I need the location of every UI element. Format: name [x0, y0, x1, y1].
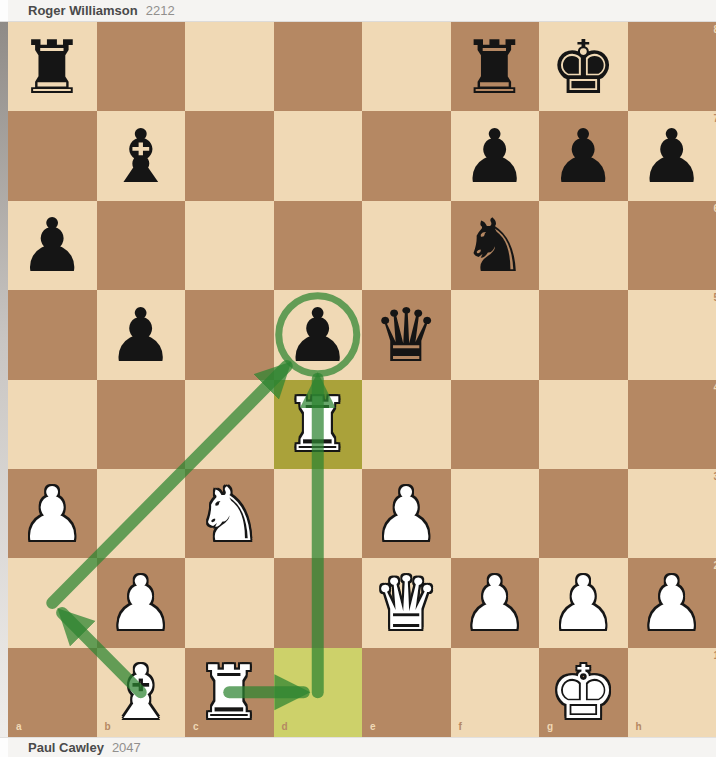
square-a3[interactable]: ♟	[8, 469, 97, 558]
bottom-player-bar: Paul Cawley 2047	[0, 737, 716, 757]
square-h2[interactable]: 2♟	[628, 558, 716, 647]
square-g4[interactable]	[539, 380, 628, 469]
game-window: Roger Williamson 2212 ♜♜♚8♝♟♟7♟♟♞6♟♟♛5♜4…	[0, 0, 716, 757]
coordinate-file-h: h	[636, 721, 642, 732]
black-bishop-b7[interactable]: ♝	[97, 111, 186, 200]
white-pawn-h2[interactable]: ♟	[628, 558, 716, 647]
black-pawn-g7[interactable]: ♟	[539, 111, 628, 200]
square-e8[interactable]	[362, 22, 451, 111]
square-g3[interactable]	[539, 469, 628, 558]
square-h3[interactable]: 3	[628, 469, 716, 558]
white-knight-c3[interactable]: ♞	[185, 469, 274, 558]
square-f1[interactable]: f	[451, 648, 540, 737]
white-pawn-a3[interactable]: ♟	[8, 469, 97, 558]
square-h4[interactable]: 4	[628, 380, 716, 469]
white-queen-e2[interactable]: ♛	[362, 558, 451, 647]
square-e6[interactable]	[362, 201, 451, 290]
square-a7[interactable]	[8, 111, 97, 200]
square-b2[interactable]: ♟	[97, 558, 186, 647]
square-c3[interactable]: ♞	[185, 469, 274, 558]
bottom-player-name: Paul Cawley	[28, 740, 104, 755]
square-e5[interactable]: ♛	[362, 290, 451, 379]
square-g8[interactable]: ♚	[539, 22, 628, 111]
square-b5[interactable]: ♟	[97, 290, 186, 379]
square-h1[interactable]: h1	[628, 648, 716, 737]
white-pawn-f2[interactable]: ♟	[451, 558, 540, 647]
square-c6[interactable]	[185, 201, 274, 290]
square-f5[interactable]	[451, 290, 540, 379]
top-player-rating: 2212	[146, 3, 175, 18]
square-d6[interactable]	[274, 201, 363, 290]
square-d3[interactable]	[274, 469, 363, 558]
black-pawn-f7[interactable]: ♟	[451, 111, 540, 200]
square-d7[interactable]	[274, 111, 363, 200]
coordinate-file-a: a	[16, 721, 22, 732]
square-d8[interactable]	[274, 22, 363, 111]
coordinate-file-d: d	[282, 721, 288, 732]
bar-left-strip	[0, 0, 8, 21]
square-g6[interactable]	[539, 201, 628, 290]
white-bishop-b1[interactable]: ♝	[97, 648, 186, 737]
square-f2[interactable]: ♟	[451, 558, 540, 647]
square-a5[interactable]	[8, 290, 97, 379]
square-c4[interactable]	[185, 380, 274, 469]
bar-left-strip	[0, 738, 8, 757]
white-pawn-g2[interactable]: ♟	[539, 558, 628, 647]
square-a1[interactable]: a	[8, 648, 97, 737]
black-king-g8[interactable]: ♚	[539, 22, 628, 111]
square-h7[interactable]: 7♟	[628, 111, 716, 200]
square-d5[interactable]: ♟	[274, 290, 363, 379]
coordinate-file-e: e	[370, 721, 376, 732]
white-rook-c1[interactable]: ♜	[185, 648, 274, 737]
square-b3[interactable]	[97, 469, 186, 558]
square-a6[interactable]: ♟	[8, 201, 97, 290]
square-b7[interactable]: ♝	[97, 111, 186, 200]
white-rook-d4[interactable]: ♜	[274, 380, 363, 469]
square-e1[interactable]: e	[362, 648, 451, 737]
square-f3[interactable]	[451, 469, 540, 558]
black-rook-a8[interactable]: ♜	[8, 22, 97, 111]
square-h6[interactable]: 6	[628, 201, 716, 290]
square-c8[interactable]	[185, 22, 274, 111]
square-h5[interactable]: 5	[628, 290, 716, 379]
square-f8[interactable]: ♜	[451, 22, 540, 111]
chess-board[interactable]: ♜♜♚8♝♟♟7♟♟♞6♟♟♛5♜4♟♞♟3♟♛♟♟2♟ab♝c♜defg♚h1	[8, 22, 716, 737]
square-f4[interactable]	[451, 380, 540, 469]
square-g2[interactable]: ♟	[539, 558, 628, 647]
black-pawn-d5[interactable]: ♟	[274, 290, 363, 379]
black-pawn-b5[interactable]: ♟	[97, 290, 186, 379]
board-left-edge	[0, 22, 8, 737]
top-player-bar: Roger Williamson 2212	[0, 0, 716, 22]
coordinate-file-f: f	[459, 721, 462, 732]
top-player-name: Roger Williamson	[28, 3, 138, 18]
square-a4[interactable]	[8, 380, 97, 469]
bottom-player-rating: 2047	[112, 740, 141, 755]
square-b4[interactable]	[97, 380, 186, 469]
square-c5[interactable]	[185, 290, 274, 379]
square-b8[interactable]	[97, 22, 186, 111]
square-a8[interactable]: ♜	[8, 22, 97, 111]
square-f7[interactable]: ♟	[451, 111, 540, 200]
white-pawn-b2[interactable]: ♟	[97, 558, 186, 647]
square-e7[interactable]	[362, 111, 451, 200]
square-d4[interactable]: ♜	[274, 380, 363, 469]
square-b1[interactable]: b♝	[97, 648, 186, 737]
black-queen-e5[interactable]: ♛	[362, 290, 451, 379]
last-move-highlight-d1	[274, 648, 363, 737]
square-c1[interactable]: c♜	[185, 648, 274, 737]
square-g5[interactable]	[539, 290, 628, 379]
square-h8[interactable]: 8	[628, 22, 716, 111]
square-f6[interactable]: ♞	[451, 201, 540, 290]
white-king-g1[interactable]: ♚	[539, 648, 628, 737]
square-e4[interactable]	[362, 380, 451, 469]
square-g7[interactable]: ♟	[539, 111, 628, 200]
square-b6[interactable]	[97, 201, 186, 290]
black-pawn-a6[interactable]: ♟	[8, 201, 97, 290]
square-d2[interactable]	[274, 558, 363, 647]
square-c7[interactable]	[185, 111, 274, 200]
black-pawn-h7[interactable]: ♟	[628, 111, 716, 200]
square-e2[interactable]: ♛	[362, 558, 451, 647]
square-d1[interactable]: d	[274, 648, 363, 737]
black-rook-f8[interactable]: ♜	[451, 22, 540, 111]
black-knight-f6[interactable]: ♞	[451, 201, 540, 290]
white-pawn-e3[interactable]: ♟	[362, 469, 451, 558]
square-g1[interactable]: g♚	[539, 648, 628, 737]
square-c2[interactable]	[185, 558, 274, 647]
square-e3[interactable]: ♟	[362, 469, 451, 558]
square-a2[interactable]	[8, 558, 97, 647]
